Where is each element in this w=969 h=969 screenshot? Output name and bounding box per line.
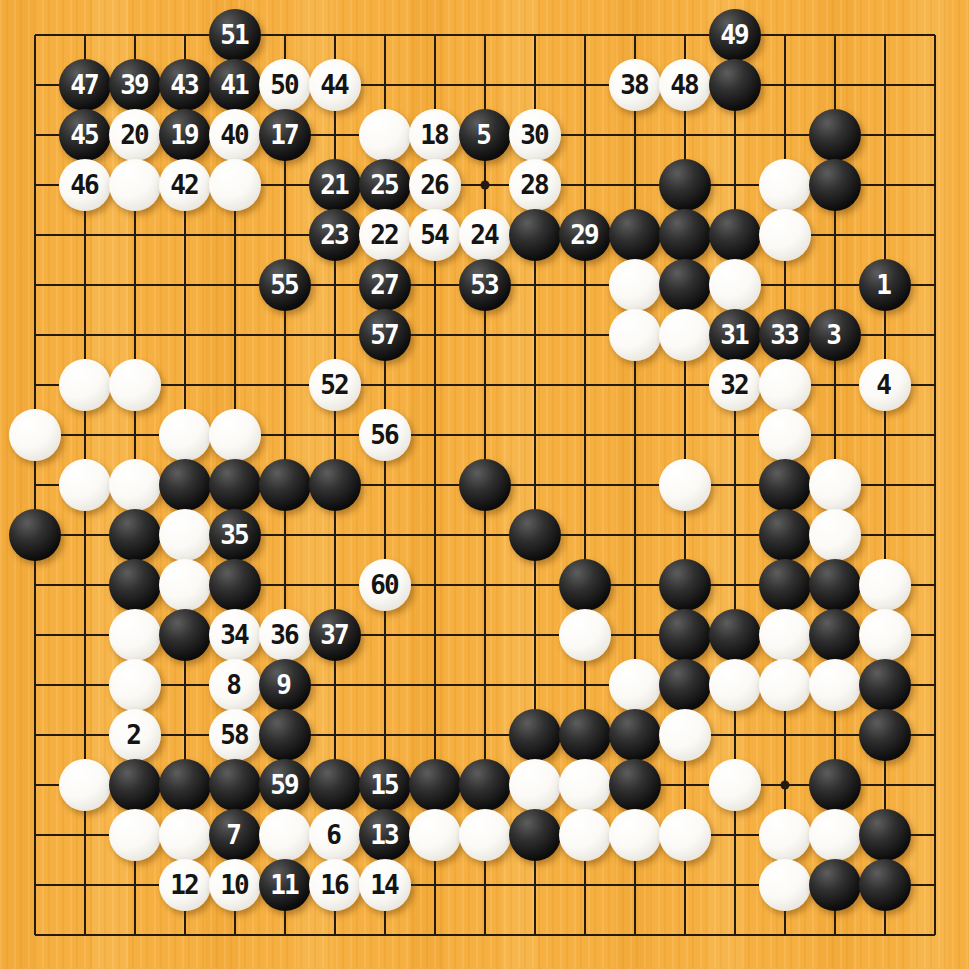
stone-white-move-40: 40 (209, 109, 261, 161)
stone-white (209, 159, 261, 211)
stone-black (209, 759, 261, 811)
stone-black-move-45: 45 (59, 109, 111, 161)
move-number: 33 (770, 322, 799, 348)
stone-black (509, 509, 561, 561)
stone-white (859, 609, 911, 661)
stone-black (209, 459, 261, 511)
move-number: 16 (320, 872, 349, 898)
move-number: 18 (420, 122, 449, 148)
move-number: 54 (420, 222, 449, 248)
stone-black (209, 559, 261, 611)
stone-black (309, 759, 361, 811)
stone-black (859, 659, 911, 711)
stone-black (509, 709, 561, 761)
stone-black (159, 609, 211, 661)
stone-black-move-39: 39 (109, 59, 161, 111)
move-number: 32 (720, 372, 749, 398)
grid-line-horizontal (35, 934, 935, 936)
stone-white (809, 659, 861, 711)
move-number: 19 (170, 122, 199, 148)
move-number: 30 (520, 122, 549, 148)
stone-black (809, 759, 861, 811)
stone-white (509, 759, 561, 811)
move-number: 43 (170, 72, 199, 98)
stone-black-move-43: 43 (159, 59, 211, 111)
move-number: 35 (220, 522, 249, 548)
stone-white (809, 809, 861, 861)
stone-black-move-25: 25 (359, 159, 411, 211)
stone-white (759, 859, 811, 911)
move-number: 31 (720, 322, 749, 348)
move-number: 37 (320, 622, 349, 648)
stone-black-move-5: 5 (459, 109, 511, 161)
stone-white-move-2: 2 (109, 709, 161, 761)
move-number: 55 (270, 272, 299, 298)
stone-black (609, 209, 661, 261)
stone-black-move-41: 41 (209, 59, 261, 111)
stone-white (809, 459, 861, 511)
stone-white (759, 159, 811, 211)
stone-black (309, 459, 361, 511)
stone-white (109, 809, 161, 861)
stone-white (559, 759, 611, 811)
stone-white (209, 409, 261, 461)
move-number: 13 (370, 822, 399, 848)
stone-black (159, 759, 211, 811)
move-number: 8 (226, 672, 244, 698)
move-number: 59 (270, 772, 299, 798)
stone-black-move-55: 55 (259, 259, 311, 311)
stone-black (109, 759, 161, 811)
move-number: 57 (370, 322, 399, 348)
stone-white (159, 809, 211, 861)
move-number: 45 (70, 122, 99, 148)
stone-white (609, 259, 661, 311)
move-number: 26 (420, 172, 449, 198)
move-number: 42 (170, 172, 199, 198)
move-number: 25 (370, 172, 399, 198)
stone-white-move-20: 20 (109, 109, 161, 161)
stone-white (559, 809, 611, 861)
stone-white-move-14: 14 (359, 859, 411, 911)
stone-white-move-48: 48 (659, 59, 711, 111)
stone-white (659, 709, 711, 761)
move-number: 58 (220, 722, 249, 748)
stone-white (659, 309, 711, 361)
stone-black (759, 559, 811, 611)
stone-white (9, 409, 61, 461)
move-number: 50 (270, 72, 299, 98)
stone-white (159, 409, 211, 461)
stone-black-move-53: 53 (459, 259, 511, 311)
move-number: 1 (876, 272, 894, 298)
move-number: 47 (70, 72, 99, 98)
stone-white-move-52: 52 (309, 359, 361, 411)
stone-black (809, 609, 861, 661)
stone-white (709, 759, 761, 811)
stone-white-move-12: 12 (159, 859, 211, 911)
move-number: 23 (320, 222, 349, 248)
stone-black (809, 109, 861, 161)
stone-black-move-33: 33 (759, 309, 811, 361)
stone-black (709, 59, 761, 111)
move-number: 53 (470, 272, 499, 298)
stone-white (59, 459, 111, 511)
stone-white-move-24: 24 (459, 209, 511, 261)
stone-white (609, 809, 661, 861)
move-number: 46 (70, 172, 99, 198)
move-number: 39 (120, 72, 149, 98)
stone-black (109, 509, 161, 561)
stone-black-move-29: 29 (559, 209, 611, 261)
grid-line-vertical (934, 35, 936, 935)
stone-white-move-56: 56 (359, 409, 411, 461)
move-number: 44 (320, 72, 349, 98)
stone-white-move-10: 10 (209, 859, 261, 911)
move-number: 48 (670, 72, 699, 98)
stone-black (659, 659, 711, 711)
move-number: 60 (370, 572, 399, 598)
move-number: 12 (170, 872, 199, 898)
stone-black (859, 859, 911, 911)
stone-black-move-11: 11 (259, 859, 311, 911)
stone-white (109, 659, 161, 711)
stone-white (359, 109, 411, 161)
stone-white (759, 209, 811, 261)
move-number: 52 (320, 372, 349, 398)
stone-black (409, 759, 461, 811)
move-number: 2 (126, 722, 144, 748)
stone-black-move-15: 15 (359, 759, 411, 811)
move-number: 10 (220, 872, 249, 898)
stone-black (809, 559, 861, 611)
stone-white-move-32: 32 (709, 359, 761, 411)
move-number: 21 (320, 172, 349, 198)
stone-black-move-13: 13 (359, 809, 411, 861)
move-number: 24 (470, 222, 499, 248)
stone-white-move-18: 18 (409, 109, 461, 161)
stone-white-move-28: 28 (509, 159, 561, 211)
move-number: 28 (520, 172, 549, 198)
stone-white (659, 809, 711, 861)
stone-black-move-21: 21 (309, 159, 361, 211)
stone-white-move-42: 42 (159, 159, 211, 211)
stone-white (109, 159, 161, 211)
stone-white-move-60: 60 (359, 559, 411, 611)
stone-black (809, 159, 861, 211)
stone-white (859, 559, 911, 611)
move-number: 6 (326, 822, 344, 848)
stone-black-move-51: 51 (209, 9, 261, 61)
grid-line-horizontal (35, 734, 935, 736)
stone-black-move-57: 57 (359, 309, 411, 361)
stone-white (459, 809, 511, 861)
stone-white-move-4: 4 (859, 359, 911, 411)
stone-black (459, 459, 511, 511)
stone-black (659, 259, 711, 311)
stone-black (609, 709, 661, 761)
stone-white (109, 609, 161, 661)
stone-white-move-50: 50 (259, 59, 311, 111)
stone-black (659, 559, 711, 611)
stone-white (59, 359, 111, 411)
stone-black-move-19: 19 (159, 109, 211, 161)
star-point (481, 181, 490, 190)
stone-black (609, 759, 661, 811)
stone-white-move-6: 6 (309, 809, 361, 861)
stone-black (709, 209, 761, 261)
move-number: 56 (370, 422, 399, 448)
stone-white (109, 459, 161, 511)
move-number: 11 (270, 872, 299, 898)
move-number: 41 (220, 72, 249, 98)
move-number: 22 (370, 222, 399, 248)
stone-black (559, 559, 611, 611)
stone-black-move-35: 35 (209, 509, 261, 561)
stone-black-move-7: 7 (209, 809, 261, 861)
stone-black-move-47: 47 (59, 59, 111, 111)
stone-white (759, 809, 811, 861)
stone-white (809, 509, 861, 561)
move-number: 27 (370, 272, 399, 298)
stone-white (559, 609, 611, 661)
stone-white-move-44: 44 (309, 59, 361, 111)
stone-white-move-30: 30 (509, 109, 561, 161)
stone-black (459, 759, 511, 811)
stone-black-move-37: 37 (309, 609, 361, 661)
stone-white (59, 759, 111, 811)
star-point (781, 781, 790, 790)
stone-white (759, 609, 811, 661)
stone-white-move-46: 46 (59, 159, 111, 211)
stone-white (609, 659, 661, 711)
stone-white (609, 309, 661, 361)
stone-black (759, 459, 811, 511)
move-number: 38 (620, 72, 649, 98)
stone-white (709, 259, 761, 311)
stone-black (509, 809, 561, 861)
move-number: 3 (826, 322, 844, 348)
move-number: 34 (220, 622, 249, 648)
move-number: 4 (876, 372, 894, 398)
stone-black-move-3: 3 (809, 309, 861, 361)
move-number: 29 (570, 222, 599, 248)
move-number: 36 (270, 622, 299, 648)
move-number: 14 (370, 872, 399, 898)
stone-black (259, 459, 311, 511)
stone-white (759, 409, 811, 461)
stone-black (659, 609, 711, 661)
stone-black (809, 859, 861, 911)
stone-black-move-23: 23 (309, 209, 361, 261)
stone-white-move-16: 16 (309, 859, 361, 911)
move-number: 17 (270, 122, 299, 148)
stone-black (659, 209, 711, 261)
move-number: 15 (370, 772, 399, 798)
stone-white-move-38: 38 (609, 59, 661, 111)
stone-black-move-17: 17 (259, 109, 311, 161)
move-number: 5 (476, 122, 494, 148)
stone-black (259, 709, 311, 761)
stone-white-move-34: 34 (209, 609, 261, 661)
stone-white (709, 659, 761, 711)
stone-black (859, 709, 911, 761)
stone-black (709, 609, 761, 661)
move-number: 20 (120, 122, 149, 148)
stone-white (759, 659, 811, 711)
stone-white (109, 359, 161, 411)
stone-black-move-9: 9 (259, 659, 311, 711)
stone-white-move-54: 54 (409, 209, 461, 261)
grid-line-vertical (884, 35, 886, 935)
stone-black-move-1: 1 (859, 259, 911, 311)
stone-white-move-22: 22 (359, 209, 411, 261)
stone-white (159, 509, 211, 561)
stone-black (859, 809, 911, 861)
stone-white (409, 809, 461, 861)
stone-black-move-49: 49 (709, 9, 761, 61)
stone-black-move-31: 31 (709, 309, 761, 361)
move-number: 9 (276, 672, 294, 698)
stone-white-move-58: 58 (209, 709, 261, 761)
stone-black (559, 709, 611, 761)
go-board: 5149473943415044384845201940171853046422… (0, 0, 969, 969)
move-number: 49 (720, 22, 749, 48)
stone-black (659, 159, 711, 211)
stone-white (159, 559, 211, 611)
stone-black (509, 209, 561, 261)
move-number: 40 (220, 122, 249, 148)
stone-white-move-36: 36 (259, 609, 311, 661)
stone-black (159, 459, 211, 511)
stone-white-move-26: 26 (409, 159, 461, 211)
stone-white (259, 809, 311, 861)
move-number: 51 (220, 22, 249, 48)
stone-black (759, 509, 811, 561)
stone-black-move-27: 27 (359, 259, 411, 311)
stone-black (9, 509, 61, 561)
stone-white (759, 359, 811, 411)
stone-white-move-8: 8 (209, 659, 261, 711)
stone-black-move-59: 59 (259, 759, 311, 811)
move-number: 7 (226, 822, 244, 848)
stone-black (109, 559, 161, 611)
stone-white (659, 459, 711, 511)
